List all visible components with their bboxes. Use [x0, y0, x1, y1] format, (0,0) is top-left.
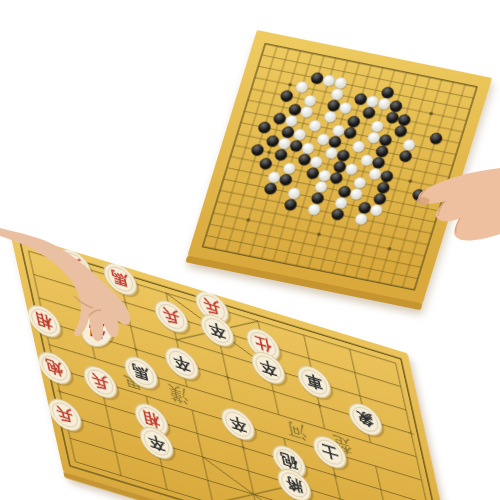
product-photo-canvas: 界漢河楚兵馬兵兵仕相炮兵相兵卒卒車卒象馬卒士砲卒將 炮 — [0, 0, 500, 500]
go-board-surface — [185, 30, 492, 310]
go-board — [184, 30, 492, 314]
